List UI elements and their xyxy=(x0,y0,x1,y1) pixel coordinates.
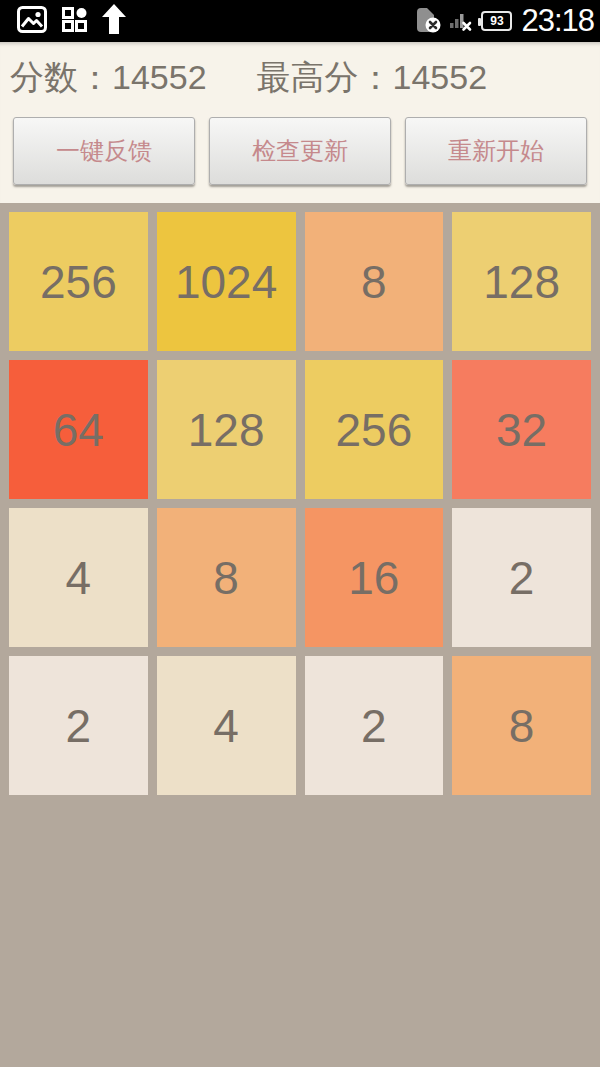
apps-notification-icon xyxy=(62,6,87,37)
score-group: 分数： 14552 xyxy=(10,55,207,101)
score-label: 分数： xyxy=(10,55,112,101)
sim-disabled-icon xyxy=(415,5,441,37)
tile-8: 8 xyxy=(157,508,296,647)
score-row: 分数： 14552 最高分： 14552 xyxy=(0,42,600,101)
tile-4: 4 xyxy=(9,508,148,647)
button-row: 一键反馈 检查更新 重新开始 xyxy=(0,117,600,185)
status-bar: 93 23:18 xyxy=(0,0,600,42)
tile-128: 128 xyxy=(157,360,296,499)
tile-256: 256 xyxy=(9,212,148,351)
signal-off-icon xyxy=(450,6,472,36)
tile-4: 4 xyxy=(157,656,296,795)
board-grid[interactable]: 256102481286412825632481622428 xyxy=(0,203,600,1067)
tile-128: 128 xyxy=(452,212,591,351)
restart-button[interactable]: 重新开始 xyxy=(405,117,587,185)
tile-256: 256 xyxy=(305,360,444,499)
tile-2: 2 xyxy=(9,656,148,795)
check-update-button[interactable]: 检查更新 xyxy=(209,117,391,185)
battery-percent: 93 xyxy=(490,15,503,27)
tile-16: 16 xyxy=(305,508,444,647)
tile-8: 8 xyxy=(452,656,591,795)
battery-icon: 93 xyxy=(481,11,512,31)
best-score-value: 14552 xyxy=(393,58,488,97)
tile-2: 2 xyxy=(305,656,444,795)
tile-2: 2 xyxy=(452,508,591,647)
best-score-label: 最高分： xyxy=(257,55,393,101)
tile-64: 64 xyxy=(9,360,148,499)
best-score-group: 最高分： 14552 xyxy=(257,55,488,101)
clock-time: 23:18 xyxy=(521,3,596,39)
gallery-notification-icon xyxy=(17,6,47,37)
tile-8: 8 xyxy=(305,212,444,351)
feedback-button[interactable]: 一键反馈 xyxy=(13,117,195,185)
score-value: 14552 xyxy=(112,58,207,97)
tile-1024: 1024 xyxy=(157,212,296,351)
header: 分数： 14552 最高分： 14552 一键反馈 检查更新 重新开始 xyxy=(0,42,600,203)
tile-32: 32 xyxy=(452,360,591,499)
upload-arrow-icon xyxy=(102,4,126,38)
